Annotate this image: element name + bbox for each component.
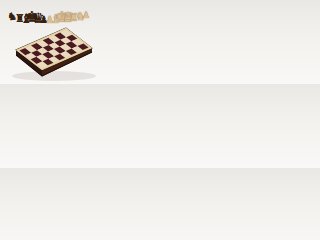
board-shadow	[12, 71, 96, 81]
chess-set-product-photo: ♞♜♝♚♛♟♟♝♚♛♜♞♟	[0, 0, 100, 84]
chess-piece-light-pawn-2: ♟	[82, 11, 90, 20]
